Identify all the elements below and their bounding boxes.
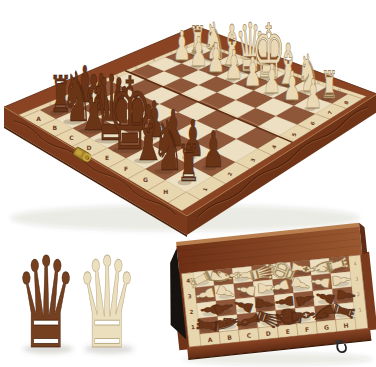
file-label-g: G	[143, 176, 148, 183]
folded-file-label-h: H	[343, 321, 349, 328]
file-label-a: A	[36, 115, 41, 122]
stored-piece-light-pawn-h3: ♟	[326, 272, 356, 289]
closeup-queen-light: ♛	[76, 231, 138, 367]
piece-light-pawn-e7: ♟	[243, 48, 261, 96]
queen-pieces-closeup: ♛♛	[15, 231, 138, 367]
piece-light-pawn-a7: ♟	[173, 22, 191, 70]
main-chessboard: ABCDEFGH1234567812345678ABCDEFGH♜♞♟♝♟♛♟♚…	[4, 8, 376, 237]
product-photo: ABCDEFGH1234567812345678ABCDEFGH♜♞♟♝♟♛♟♚…	[0, 0, 376, 367]
file-label-b: B	[52, 124, 57, 131]
far-file-label-h: H	[338, 88, 341, 92]
piece-dark-rook-h1: ♜	[177, 135, 200, 193]
clasp-hook	[337, 343, 347, 353]
closeup-queen-dark: ♛	[15, 231, 77, 367]
folded-unit: 44332211ABCDEFGH♜♞♝♛♚♝♞♜♟♟♟♟♟♟♟♟♟♟♟♟♟♟♟♟…	[162, 222, 376, 367]
piece-light-pawn-d7: ♟	[225, 41, 243, 89]
piece-light-pawn-b7: ♟	[189, 28, 207, 76]
piece-light-rook-h8: ♜	[321, 63, 338, 107]
piece-dark-pawn-h2: ♟	[202, 120, 225, 178]
folded-file-label-g: G	[324, 323, 330, 330]
piece-light-pawn-h7: ♟	[304, 70, 322, 118]
piece-light-pawn-g7: ♟	[283, 62, 301, 110]
piece-light-pawn-c7: ♟	[207, 34, 225, 82]
file-label-h: H	[163, 188, 168, 195]
folded-file-label-d: D	[265, 330, 271, 337]
far-rank-label-7: 7	[170, 51, 172, 55]
chess-set-photo: ABCDEFGH1234567812345678ABCDEFGH♜♞♟♝♟♛♟♚…	[0, 0, 376, 367]
folded-chessboard: 44332211ABCDEFGH♜♞♝♛♚♝♞♜♟♟♟♟♟♟♟♟♟♟♟♟♟♟♟♟…	[162, 222, 376, 367]
piece-light-pawn-f7: ♟	[263, 55, 281, 103]
